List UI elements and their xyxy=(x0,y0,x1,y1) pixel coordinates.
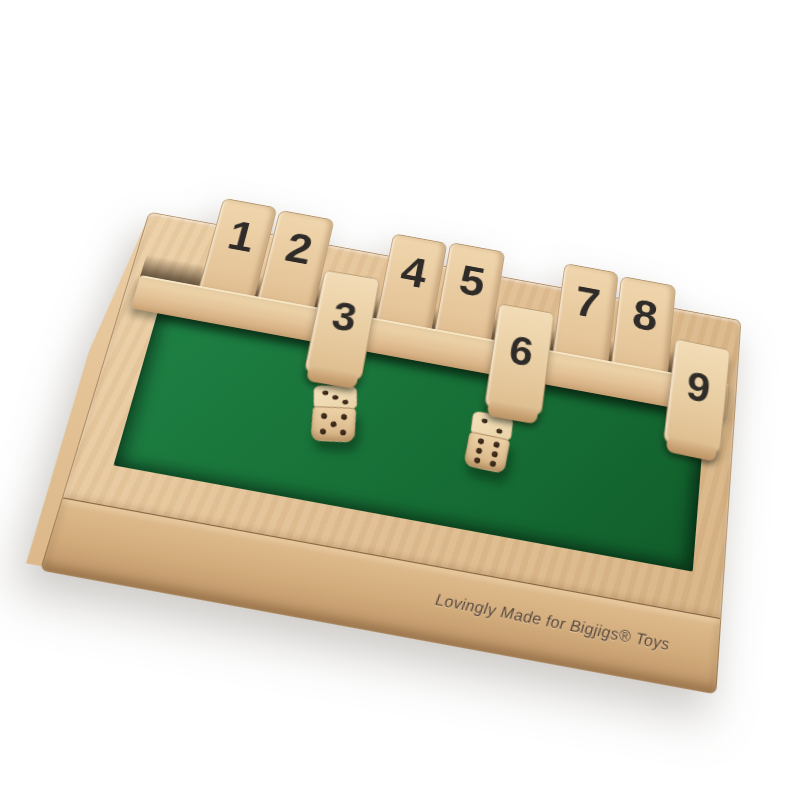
die-pip xyxy=(474,456,481,463)
tile-9-number: 9 xyxy=(669,339,730,413)
die-pip xyxy=(330,421,336,427)
die-pip xyxy=(322,390,328,395)
tile-2-number: 2 xyxy=(267,211,333,274)
die-2-front-face xyxy=(463,431,511,474)
die-pip xyxy=(340,430,346,436)
tile-5-number: 5 xyxy=(442,243,504,307)
die-1-front-face xyxy=(310,406,356,443)
tile-7-number: 7 xyxy=(558,264,618,328)
shut-the-box-board: 1 2 3 4 5 6 7 8 9 Lovingly Made for Bigj… xyxy=(41,212,740,692)
tile-9[interactable]: 9 xyxy=(662,338,730,455)
die-pip xyxy=(491,451,498,458)
tile-8-number: 8 xyxy=(616,277,675,342)
die-1[interactable] xyxy=(310,381,358,443)
die-pip xyxy=(477,438,484,445)
tile-6-number: 6 xyxy=(491,304,554,375)
scene: 1 2 3 4 5 6 7 8 9 Lovingly Made for Bigj… xyxy=(0,0,800,800)
die-pip xyxy=(342,400,348,405)
die-pip xyxy=(481,418,487,424)
tile-1-number: 1 xyxy=(210,199,277,262)
die-pip xyxy=(489,460,496,467)
die-pip xyxy=(476,447,483,454)
die-pip xyxy=(493,442,500,449)
tile-3-number: 3 xyxy=(313,271,379,341)
die-pip xyxy=(321,413,327,419)
die-pip xyxy=(320,429,326,435)
die-pip xyxy=(341,414,347,420)
die-pip xyxy=(332,395,338,400)
tile-4-number: 4 xyxy=(383,234,447,298)
die-pip xyxy=(496,429,502,435)
